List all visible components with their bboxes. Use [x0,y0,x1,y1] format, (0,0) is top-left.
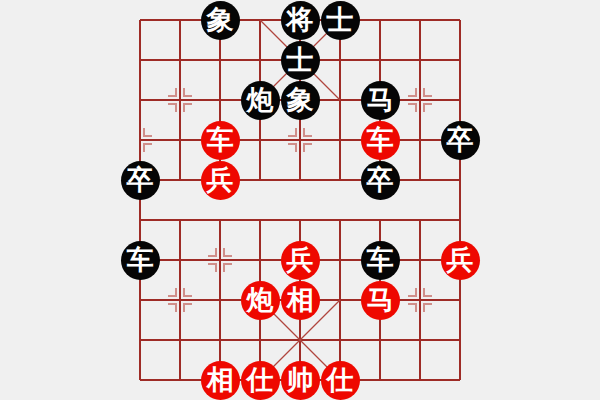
piece-red-horse[interactable]: 马 [361,281,400,320]
piece-red-elephant[interactable]: 相 [201,361,240,400]
piece-black-elephant[interactable]: 象 [281,81,320,120]
piece-black-advisor[interactable]: 士 [281,41,320,80]
piece-red-cannon[interactable]: 炮 [241,281,280,320]
piece-black-chariot[interactable]: 车 [361,241,400,280]
piece-red-soldier[interactable]: 兵 [441,241,480,280]
piece-black-soldier[interactable]: 卒 [361,161,400,200]
piece-red-chariot[interactable]: 车 [201,121,240,160]
xiangqi-board[interactable]: 象将士士炮象马车车卒卒兵卒车兵车兵炮相马相仕帅仕 [120,0,480,400]
piece-black-soldier[interactable]: 卒 [441,121,480,160]
piece-black-advisor[interactable]: 士 [321,1,360,40]
piece-black-soldier[interactable]: 卒 [121,161,160,200]
piece-red-soldier[interactable]: 兵 [201,161,240,200]
piece-black-chariot[interactable]: 车 [121,241,160,280]
piece-red-soldier[interactable]: 兵 [281,241,320,280]
piece-red-chariot[interactable]: 车 [361,121,400,160]
piece-black-general[interactable]: 将 [281,1,320,40]
piece-black-elephant[interactable]: 象 [201,1,240,40]
piece-red-advisor[interactable]: 仕 [321,361,360,400]
piece-red-advisor[interactable]: 仕 [241,361,280,400]
piece-red-elephant[interactable]: 相 [281,281,320,320]
piece-black-cannon[interactable]: 炮 [241,81,280,120]
xiangqi-app: 象将士士炮象马车车卒卒兵卒车兵车兵炮相马相仕帅仕 [0,0,600,400]
piece-red-general[interactable]: 帅 [281,361,320,400]
piece-black-horse[interactable]: 马 [361,81,400,120]
